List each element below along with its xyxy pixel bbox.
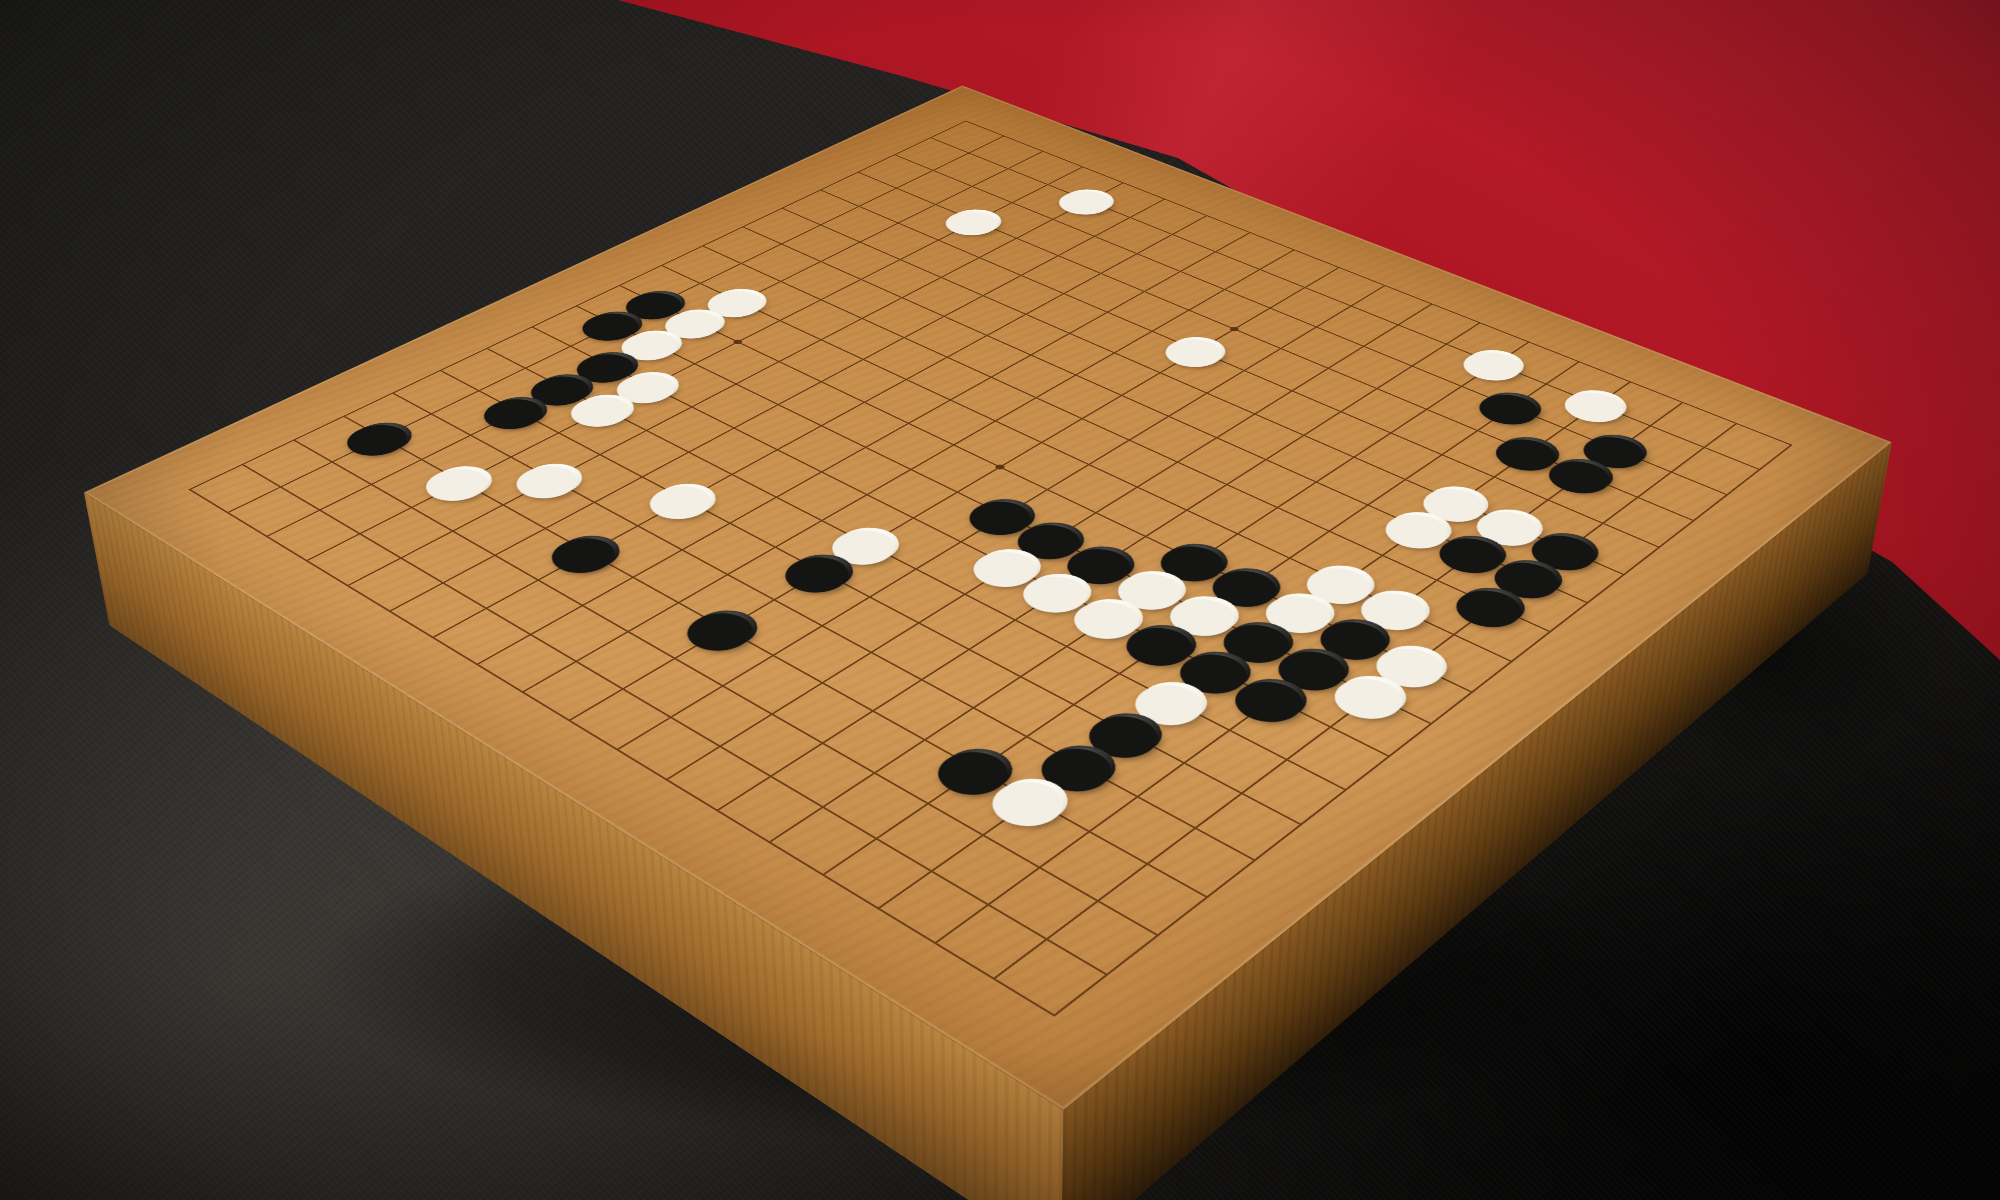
white-stone[interactable]: ● bbox=[1110, 564, 1199, 614]
black-stone-glyph: ● bbox=[1428, 527, 1522, 579]
white-stone[interactable]: ● bbox=[1416, 480, 1500, 526]
white-stone[interactable]: ● bbox=[1378, 505, 1464, 552]
white-stone-glyph: ● bbox=[1107, 562, 1203, 616]
white-stone-glyph: ● bbox=[980, 768, 1086, 834]
black-stone[interactable]: ● bbox=[778, 547, 866, 596]
black-stone-glyph: ● bbox=[1444, 579, 1541, 634]
black-stone-glyph: ● bbox=[1266, 639, 1366, 697]
black-stone-glyph: ● bbox=[1149, 535, 1244, 587]
white-stone[interactable]: ● bbox=[1066, 592, 1156, 644]
black-stone-glyph: ● bbox=[542, 527, 636, 579]
goban-photo-scene: ●●●●●●●●●●●●●●●●●●●●●●●●●●●●●●●●●●●●●●●●… bbox=[0, 0, 2000, 1200]
white-stone-glyph: ● bbox=[937, 204, 1015, 240]
white-stone-glyph: ● bbox=[1554, 383, 1641, 427]
black-stone-glyph: ● bbox=[1201, 559, 1297, 613]
hoshi-point bbox=[994, 464, 1007, 471]
white-stone[interactable]: ● bbox=[1457, 344, 1535, 383]
white-stone-glyph: ● bbox=[1322, 666, 1423, 726]
white-stone-glyph: ● bbox=[1349, 581, 1446, 636]
black-stone[interactable]: ● bbox=[1010, 516, 1096, 564]
black-stone-glyph: ● bbox=[1168, 642, 1268, 700]
white-stone-glyph: ● bbox=[1063, 590, 1160, 645]
hoshi-point bbox=[1228, 326, 1240, 332]
white-stone-glyph: ● bbox=[1364, 636, 1464, 694]
black-stone-glyph: ● bbox=[475, 390, 562, 435]
black-stone[interactable]: ● bbox=[478, 391, 559, 433]
black-stone[interactable]: ● bbox=[545, 529, 633, 577]
white-stone[interactable]: ● bbox=[1159, 331, 1237, 370]
black-stone[interactable]: ● bbox=[1472, 387, 1552, 428]
black-stone[interactable]: ● bbox=[1432, 529, 1519, 577]
white-stone-glyph: ● bbox=[1123, 672, 1224, 732]
white-stone-glyph: ● bbox=[417, 458, 508, 506]
black-stone[interactable]: ● bbox=[1081, 705, 1176, 763]
black-stone-glyph: ● bbox=[774, 546, 869, 599]
white-stone-glyph: ● bbox=[1465, 501, 1558, 551]
black-stone-glyph: ● bbox=[1483, 551, 1579, 604]
white-stone[interactable]: ● bbox=[984, 770, 1082, 831]
white-stone[interactable]: ● bbox=[1368, 638, 1460, 692]
black-stone[interactable]: ● bbox=[1312, 612, 1402, 665]
white-stone[interactable]: ● bbox=[1326, 668, 1419, 724]
white-stone-glyph: ● bbox=[1254, 584, 1351, 639]
white-stone[interactable]: ● bbox=[510, 457, 594, 502]
white-stone-glyph: ● bbox=[1295, 557, 1391, 610]
white-stone[interactable]: ● bbox=[1353, 583, 1442, 634]
black-stone-glyph: ● bbox=[1485, 429, 1575, 476]
black-stone-glyph: ● bbox=[1469, 385, 1556, 429]
black-stone-glyph: ● bbox=[338, 415, 426, 461]
white-stone[interactable]: ● bbox=[1558, 384, 1638, 425]
white-stone[interactable]: ● bbox=[966, 542, 1054, 591]
white-stone[interactable]: ● bbox=[420, 460, 505, 505]
black-stone-glyph: ● bbox=[1077, 703, 1180, 765]
black-stone[interactable]: ● bbox=[680, 603, 771, 655]
black-stone[interactable]: ● bbox=[1489, 431, 1571, 474]
black-stone[interactable]: ● bbox=[930, 740, 1027, 800]
black-stone-glyph: ● bbox=[676, 601, 774, 657]
black-stone[interactable]: ● bbox=[1033, 737, 1130, 796]
black-stone[interactable]: ● bbox=[1205, 561, 1293, 611]
white-stone-glyph: ● bbox=[640, 476, 731, 525]
white-stone[interactable]: ● bbox=[1053, 185, 1124, 218]
white-stone-glyph: ● bbox=[1412, 478, 1504, 527]
white-stone[interactable]: ● bbox=[825, 521, 912, 569]
hoshi-point bbox=[1025, 796, 1040, 805]
hoshi-point bbox=[732, 339, 744, 345]
black-stone-glyph: ● bbox=[1520, 524, 1614, 576]
black-stone-glyph: ● bbox=[1223, 669, 1324, 729]
black-stone[interactable]: ● bbox=[1215, 615, 1306, 668]
black-stone-glyph: ● bbox=[959, 491, 1051, 541]
white-stone-glyph: ● bbox=[821, 519, 915, 570]
white-stone-glyph: ● bbox=[1155, 330, 1240, 372]
white-stone-glyph: ● bbox=[1050, 184, 1127, 219]
white-stone-glyph: ● bbox=[507, 456, 597, 504]
white-stone[interactable]: ● bbox=[1162, 589, 1252, 640]
hoshi-point bbox=[718, 625, 732, 633]
black-stone-glyph: ● bbox=[926, 738, 1031, 802]
hoshi-point bbox=[1296, 607, 1310, 615]
black-stone[interactable]: ● bbox=[1172, 644, 1264, 698]
black-stone[interactable]: ● bbox=[1448, 580, 1537, 631]
black-stone-glyph: ● bbox=[1115, 616, 1214, 673]
hoshi-point bbox=[455, 479, 468, 486]
black-stone[interactable]: ● bbox=[962, 492, 1047, 538]
black-stone[interactable]: ● bbox=[1487, 553, 1575, 603]
white-stone[interactable]: ● bbox=[1299, 558, 1387, 608]
white-stone[interactable]: ● bbox=[1015, 567, 1104, 617]
white-stone-glyph: ● bbox=[1453, 343, 1538, 385]
white-stone-glyph: ● bbox=[1374, 504, 1467, 555]
black-stone[interactable]: ● bbox=[1153, 537, 1240, 586]
white-stone[interactable]: ● bbox=[1469, 503, 1554, 550]
black-stone[interactable]: ● bbox=[1270, 641, 1362, 695]
white-stone-glyph: ● bbox=[1158, 587, 1255, 642]
black-stone[interactable]: ● bbox=[1227, 671, 1320, 727]
white-stone-glyph: ● bbox=[962, 540, 1057, 593]
white-stone[interactable]: ● bbox=[939, 205, 1011, 238]
black-stone-glyph: ● bbox=[1308, 610, 1406, 666]
black-stone-glyph: ● bbox=[1007, 514, 1101, 565]
black-stone[interactable]: ● bbox=[1060, 539, 1147, 588]
black-stone-glyph: ● bbox=[1056, 538, 1151, 590]
white-stone-glyph: ● bbox=[1012, 565, 1108, 619]
black-stone[interactable]: ● bbox=[1524, 526, 1610, 574]
black-stone-glyph: ● bbox=[1212, 613, 1311, 670]
black-stone[interactable]: ● bbox=[341, 416, 424, 459]
white-stone[interactable]: ● bbox=[1258, 586, 1347, 637]
black-stone-glyph: ● bbox=[1029, 735, 1133, 799]
black-stone[interactable]: ● bbox=[1118, 617, 1209, 670]
white-stone[interactable]: ● bbox=[643, 477, 728, 523]
white-stone[interactable]: ● bbox=[1127, 674, 1221, 730]
